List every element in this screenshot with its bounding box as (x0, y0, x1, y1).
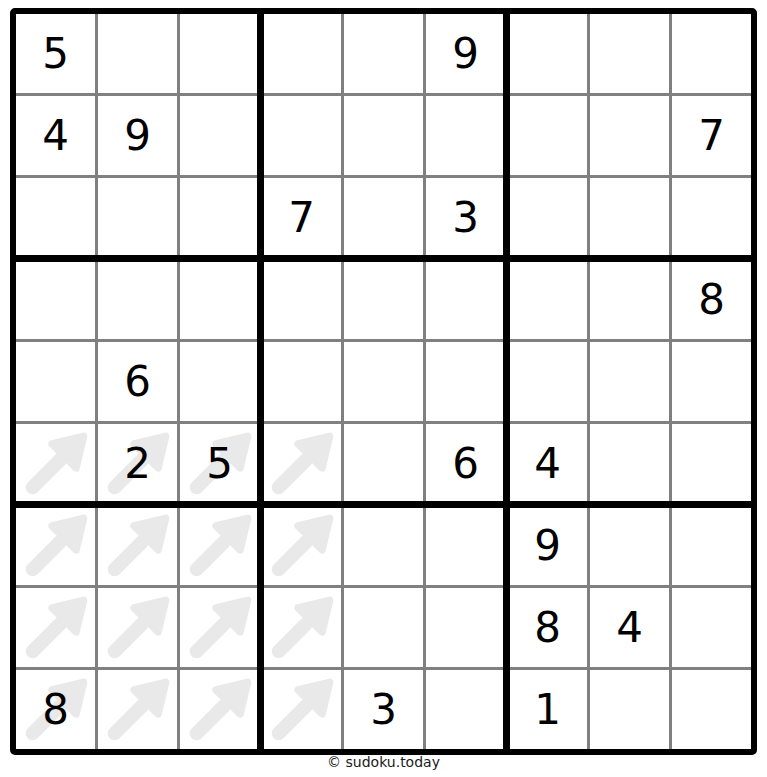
cell-r8c4[interactable] (262, 588, 341, 667)
arrow-up-right-icon (22, 512, 90, 580)
cell-r5c4[interactable] (262, 342, 341, 421)
given-digit: 7 (288, 197, 315, 239)
given-digit: 8 (534, 607, 561, 649)
cell-r7c8[interactable] (590, 506, 669, 585)
cell-r9c6[interactable] (426, 670, 505, 749)
cell-r8c2[interactable] (98, 588, 177, 667)
cell-r9c5[interactable]: 3 (344, 670, 423, 749)
given-digit: 4 (42, 115, 69, 157)
arrow-up-right-icon (186, 594, 254, 662)
box-divider-vertical-2 (503, 14, 510, 749)
box-divider-horizontal-2 (16, 501, 751, 508)
cell-r8c9[interactable] (672, 588, 751, 667)
cell-r4c3[interactable] (180, 260, 259, 339)
given-digit: 9 (452, 33, 479, 75)
given-digit: 2 (124, 443, 151, 485)
given-digit: 8 (42, 689, 69, 731)
cell-r3c4[interactable]: 7 (262, 178, 341, 257)
sudoku-grid: 5949773862564984831 (16, 14, 751, 749)
given-digit: 9 (124, 115, 151, 157)
cell-r6c1[interactable] (16, 424, 95, 503)
cell-r1c3[interactable] (180, 14, 259, 93)
cell-r2c5[interactable] (344, 96, 423, 175)
arrow-up-right-icon (268, 594, 336, 662)
arrow-up-right-icon (22, 430, 90, 498)
cell-r6c6[interactable]: 6 (426, 424, 505, 503)
cell-r5c2[interactable]: 6 (98, 342, 177, 421)
cell-r2c2[interactable]: 9 (98, 96, 177, 175)
cell-r3c3[interactable] (180, 178, 259, 257)
cell-r3c5[interactable] (344, 178, 423, 257)
arrow-up-right-icon (268, 512, 336, 580)
cell-r8c3[interactable] (180, 588, 259, 667)
cell-r1c5[interactable] (344, 14, 423, 93)
arrow-up-right-icon (186, 512, 254, 580)
cell-r5c7[interactable] (508, 342, 587, 421)
cell-r7c3[interactable] (180, 506, 259, 585)
cell-r9c3[interactable] (180, 670, 259, 749)
cell-r9c1[interactable]: 8 (16, 670, 95, 749)
cell-r4c5[interactable] (344, 260, 423, 339)
cell-r5c5[interactable] (344, 342, 423, 421)
cell-r7c7[interactable]: 9 (508, 506, 587, 585)
cell-r2c9[interactable]: 7 (672, 96, 751, 175)
cell-r8c7[interactable]: 8 (508, 588, 587, 667)
cell-r2c8[interactable] (590, 96, 669, 175)
cell-r7c1[interactable] (16, 506, 95, 585)
cell-r5c3[interactable] (180, 342, 259, 421)
cell-r4c9[interactable]: 8 (672, 260, 751, 339)
arrow-up-right-icon (104, 512, 172, 580)
cell-r2c3[interactable] (180, 96, 259, 175)
cell-r7c4[interactable] (262, 506, 341, 585)
cell-r8c1[interactable] (16, 588, 95, 667)
cell-r4c2[interactable] (98, 260, 177, 339)
cell-r2c7[interactable] (508, 96, 587, 175)
cell-r7c9[interactable] (672, 506, 751, 585)
given-digit: 1 (534, 689, 561, 731)
arrow-up-right-icon (104, 594, 172, 662)
cell-r3c9[interactable] (672, 178, 751, 257)
cell-r4c4[interactable] (262, 260, 341, 339)
cell-r3c6[interactable]: 3 (426, 178, 505, 257)
cell-r5c9[interactable] (672, 342, 751, 421)
copyright-credit: © sudoku.today (10, 754, 757, 770)
cell-r9c9[interactable] (672, 670, 751, 749)
cell-r3c7[interactable] (508, 178, 587, 257)
cell-r6c9[interactable] (672, 424, 751, 503)
cell-r7c2[interactable] (98, 506, 177, 585)
given-digit: 5 (206, 443, 233, 485)
cell-r8c6[interactable] (426, 588, 505, 667)
cell-r4c8[interactable] (590, 260, 669, 339)
cell-r3c8[interactable] (590, 178, 669, 257)
cell-r4c1[interactable] (16, 260, 95, 339)
cell-r6c8[interactable] (590, 424, 669, 503)
cell-r1c1[interactable]: 5 (16, 14, 95, 93)
cell-r7c6[interactable] (426, 506, 505, 585)
given-digit: 6 (124, 361, 151, 403)
given-digit: 3 (370, 689, 397, 731)
given-digit: 5 (42, 33, 69, 75)
cell-r1c6[interactable]: 9 (426, 14, 505, 93)
cell-r6c7[interactable]: 4 (508, 424, 587, 503)
cell-r1c7[interactable] (508, 14, 587, 93)
cell-r9c2[interactable] (98, 670, 177, 749)
arrow-up-right-icon (104, 676, 172, 744)
given-digit: 6 (452, 443, 479, 485)
arrow-up-right-icon (186, 676, 254, 744)
box-divider-vertical-1 (257, 14, 264, 749)
cell-r5c6[interactable] (426, 342, 505, 421)
cell-r4c7[interactable] (508, 260, 587, 339)
cell-r1c4[interactable] (262, 14, 341, 93)
arrow-up-right-icon (22, 594, 90, 662)
cell-r2c6[interactable] (426, 96, 505, 175)
cell-r6c5[interactable] (344, 424, 423, 503)
cell-r2c1[interactable]: 4 (16, 96, 95, 175)
given-digit: 3 (452, 197, 479, 239)
box-divider-horizontal-1 (16, 255, 751, 262)
cell-r2c4[interactable] (262, 96, 341, 175)
cell-r9c8[interactable] (590, 670, 669, 749)
cell-r9c4[interactable] (262, 670, 341, 749)
cell-r8c5[interactable] (344, 588, 423, 667)
cell-r9c7[interactable]: 1 (508, 670, 587, 749)
given-digit: 4 (534, 443, 561, 485)
given-digit: 9 (534, 525, 561, 567)
cell-r7c5[interactable] (344, 506, 423, 585)
cell-r8c8[interactable]: 4 (590, 588, 669, 667)
given-digit: 4 (616, 607, 643, 649)
cell-r1c2[interactable] (98, 14, 177, 93)
sudoku-board: 5949773862564984831 (10, 8, 757, 755)
cell-r6c2[interactable]: 2 (98, 424, 177, 503)
cell-r3c1[interactable] (16, 178, 95, 257)
cell-r5c8[interactable] (590, 342, 669, 421)
arrow-up-right-icon (268, 676, 336, 744)
cell-r1c8[interactable] (590, 14, 669, 93)
cell-r4c6[interactable] (426, 260, 505, 339)
cell-r6c4[interactable] (262, 424, 341, 503)
given-digit: 8 (698, 279, 725, 321)
cell-r6c3[interactable]: 5 (180, 424, 259, 503)
arrow-up-right-icon (268, 430, 336, 498)
given-digit: 7 (698, 115, 725, 157)
sudoku-page: 5949773862564984831 © sudoku.today (0, 0, 767, 777)
cell-r1c9[interactable] (672, 14, 751, 93)
cell-r5c1[interactable] (16, 342, 95, 421)
cell-r3c2[interactable] (98, 178, 177, 257)
